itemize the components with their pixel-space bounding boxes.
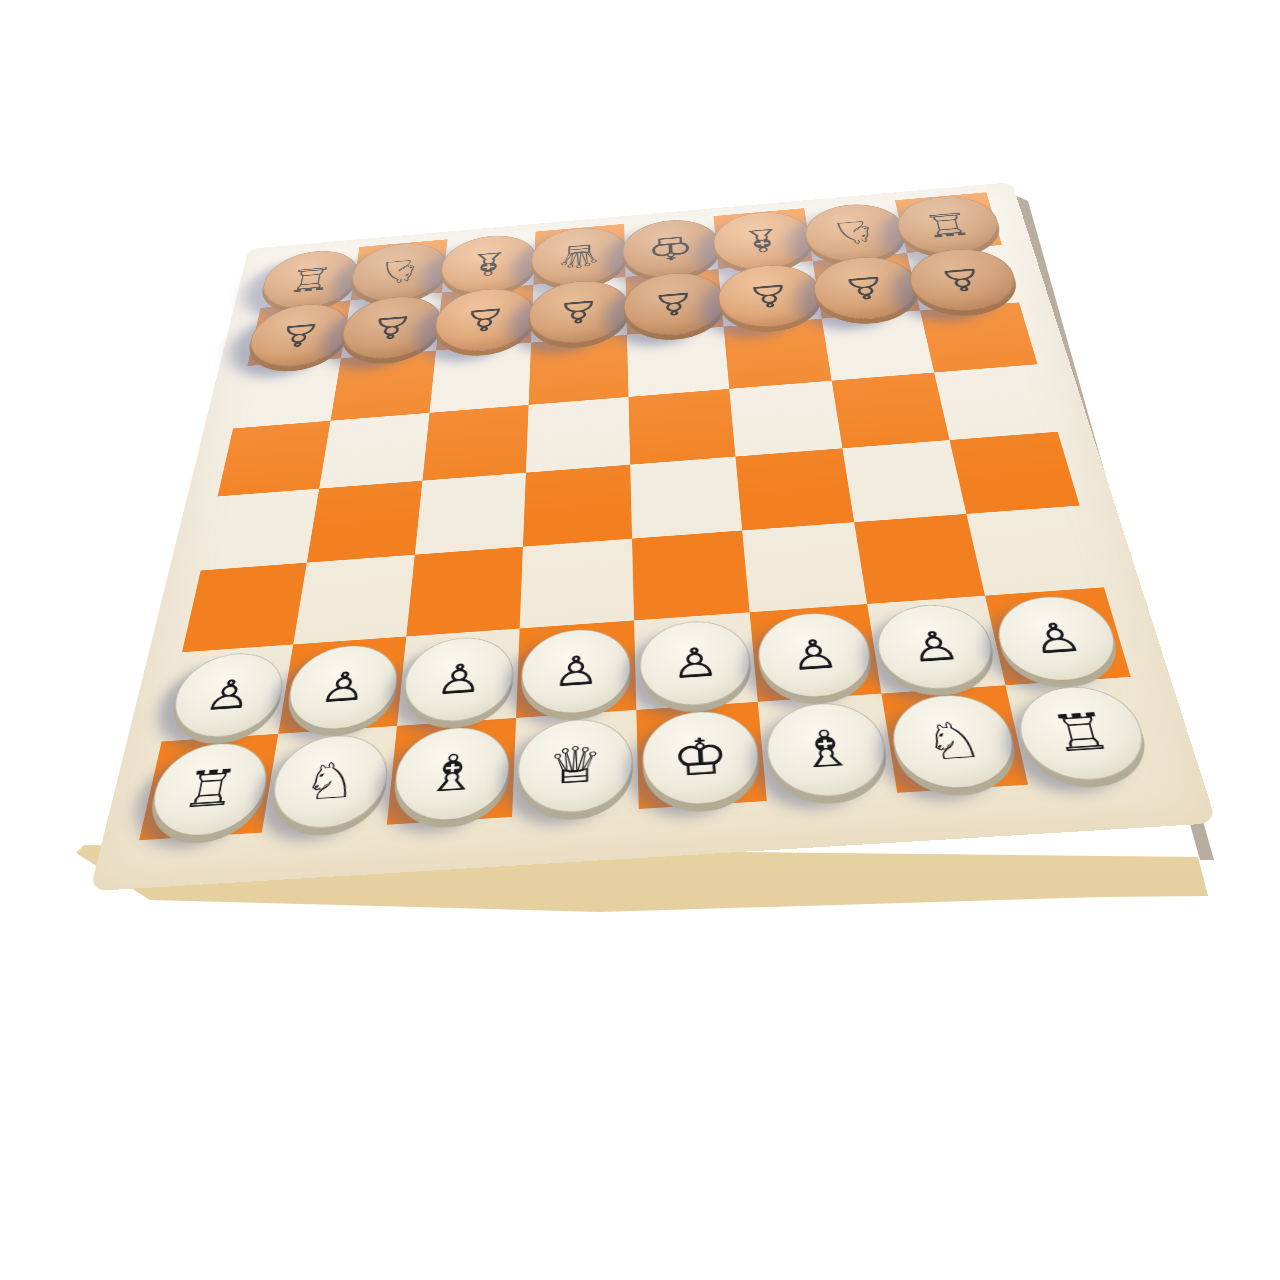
square-f1[interactable]: ♗ bbox=[758, 693, 897, 801]
chess-glyph: ♙ bbox=[434, 657, 484, 700]
chess-glyph: ♙ bbox=[368, 310, 415, 343]
piece-white-rook-h1[interactable]: ♖ bbox=[1011, 683, 1155, 783]
square-c7[interactable]: ♙ bbox=[436, 285, 534, 350]
chess-glyph: ♙ bbox=[557, 295, 601, 328]
square-h7[interactable]: ♙ bbox=[907, 245, 1019, 310]
chess-glyph: ♖ bbox=[1046, 706, 1117, 760]
square-g4[interactable] bbox=[842, 440, 966, 522]
square-d3[interactable] bbox=[519, 539, 634, 628]
square-b8[interactable]: ♘ bbox=[351, 239, 447, 300]
square-g5[interactable] bbox=[831, 372, 949, 448]
chess-glyph: ♗ bbox=[795, 722, 858, 776]
square-a1[interactable]: ♖ bbox=[139, 734, 278, 841]
chess-glyph: ♘ bbox=[828, 215, 882, 250]
chess-glyph: ♔ bbox=[671, 731, 730, 785]
square-f7[interactable]: ♙ bbox=[719, 261, 822, 326]
chess-board: ♖♘♗♕♔♗♘♖♙♙♙♙♙♙♙♙♙♙♙♙♙♙♙♙♖♘♗♕♔♗♘♖ bbox=[139, 192, 1160, 840]
square-g6[interactable] bbox=[821, 310, 934, 380]
square-a5[interactable] bbox=[218, 421, 331, 497]
square-c3[interactable] bbox=[406, 547, 523, 636]
square-e5[interactable] bbox=[629, 389, 736, 465]
chess-glyph: ♗ bbox=[423, 747, 482, 800]
square-d6[interactable] bbox=[528, 334, 628, 404]
piece-white-bishop-f1[interactable]: ♗ bbox=[763, 700, 892, 800]
piece-white-pawn-a2[interactable]: ♙ bbox=[166, 650, 288, 740]
chess-glyph: ♘ bbox=[299, 755, 360, 808]
square-b1[interactable]: ♘ bbox=[262, 726, 397, 833]
square-h3[interactable] bbox=[966, 506, 1104, 596]
piece-white-pawn-h2[interactable]: ♙ bbox=[990, 593, 1125, 684]
square-a6[interactable] bbox=[233, 358, 341, 428]
square-f5[interactable] bbox=[729, 381, 842, 457]
square-d8[interactable]: ♕ bbox=[533, 224, 625, 285]
chess-glyph: ♕ bbox=[556, 239, 603, 274]
square-d7[interactable]: ♙ bbox=[531, 277, 627, 342]
square-e4[interactable] bbox=[630, 457, 742, 539]
piece-white-pawn-f2[interactable]: ♙ bbox=[755, 610, 877, 701]
piece-white-knight-g1[interactable]: ♘ bbox=[887, 692, 1023, 792]
photo-background: ♖♘♗♕♔♗♘♖♙♙♙♙♙♙♙♙♙♙♙♙♙♙♙♙♖♘♗♕♔♗♘♖ bbox=[0, 0, 1280, 1280]
square-f4[interactable] bbox=[736, 448, 854, 530]
square-e8[interactable]: ♔ bbox=[624, 216, 718, 277]
chess-glyph: ♙ bbox=[201, 673, 255, 716]
square-b6[interactable] bbox=[331, 350, 436, 420]
square-a8[interactable]: ♖ bbox=[261, 247, 360, 308]
square-c4[interactable] bbox=[414, 473, 525, 555]
chess-glyph: ♙ bbox=[552, 649, 600, 692]
square-b4[interactable] bbox=[307, 481, 422, 563]
chess-glyph: ♙ bbox=[788, 633, 841, 677]
square-f6[interactable] bbox=[724, 318, 831, 388]
chess-glyph: ♖ bbox=[284, 262, 336, 297]
chess-glyph: ♖ bbox=[920, 207, 976, 242]
chess-glyph: ♙ bbox=[907, 624, 963, 668]
chess-glyph: ♙ bbox=[746, 279, 794, 312]
piece-white-pawn-b2[interactable]: ♙ bbox=[283, 642, 401, 732]
chess-glyph: ♗ bbox=[737, 223, 788, 258]
square-d2[interactable]: ♙ bbox=[516, 620, 636, 718]
square-c6[interactable] bbox=[429, 342, 531, 412]
chess-glyph: ♘ bbox=[374, 254, 424, 289]
square-b5[interactable] bbox=[319, 413, 429, 489]
piece-white-king-e1[interactable]: ♔ bbox=[641, 708, 762, 808]
square-f3[interactable] bbox=[742, 522, 866, 612]
square-g7[interactable]: ♙ bbox=[812, 253, 920, 318]
square-a7[interactable]: ♙ bbox=[247, 300, 350, 365]
square-b2[interactable]: ♙ bbox=[279, 636, 406, 733]
chess-glyph: ♘ bbox=[920, 714, 987, 768]
square-a4[interactable] bbox=[201, 489, 320, 571]
square-e1[interactable]: ♔ bbox=[636, 702, 767, 809]
square-c2[interactable]: ♙ bbox=[397, 628, 520, 726]
chess-glyph: ♙ bbox=[841, 271, 891, 304]
square-d5[interactable] bbox=[526, 397, 631, 473]
square-e7[interactable]: ♙ bbox=[626, 269, 724, 334]
square-g3[interactable] bbox=[854, 514, 985, 604]
square-f2[interactable]: ♙ bbox=[750, 604, 881, 702]
chess-glyph: ♙ bbox=[936, 263, 988, 296]
square-e6[interactable] bbox=[627, 326, 730, 396]
chess-glyph: ♙ bbox=[651, 287, 696, 320]
square-h6[interactable] bbox=[920, 302, 1038, 372]
square-g8[interactable]: ♘ bbox=[804, 200, 907, 261]
chess-glyph: ♔ bbox=[646, 231, 695, 266]
square-h2[interactable]: ♙ bbox=[985, 587, 1131, 685]
chess-glyph: ♙ bbox=[1027, 616, 1087, 660]
square-f8[interactable]: ♗ bbox=[714, 208, 813, 269]
piece-white-rook-a1[interactable]: ♖ bbox=[144, 740, 273, 839]
square-b7[interactable]: ♙ bbox=[341, 293, 441, 358]
piece-white-pawn-d2[interactable]: ♙ bbox=[520, 626, 632, 717]
square-c1[interactable]: ♗ bbox=[386, 718, 516, 825]
square-d1[interactable]: ♕ bbox=[512, 710, 639, 817]
piece-white-queen-d1[interactable]: ♕ bbox=[517, 716, 634, 816]
piece-white-pawn-c2[interactable]: ♙ bbox=[401, 634, 515, 725]
square-e3[interactable] bbox=[632, 531, 750, 620]
chess-glyph: ♗ bbox=[465, 246, 514, 281]
chess-glyph: ♕ bbox=[547, 739, 603, 793]
square-g1[interactable]: ♘ bbox=[881, 685, 1028, 793]
square-h5[interactable] bbox=[934, 364, 1058, 440]
square-h4[interactable] bbox=[949, 432, 1079, 514]
chess-glyph: ♙ bbox=[275, 318, 323, 351]
square-h1[interactable]: ♖ bbox=[1005, 677, 1160, 785]
square-g2[interactable]: ♙ bbox=[867, 595, 1005, 693]
square-c5[interactable] bbox=[422, 405, 528, 481]
piece-white-pawn-e2[interactable]: ♙ bbox=[638, 618, 753, 709]
square-c8[interactable]: ♗ bbox=[442, 232, 536, 293]
square-e2[interactable]: ♙ bbox=[634, 612, 758, 710]
square-h8[interactable]: ♖ bbox=[895, 192, 1002, 253]
square-a2[interactable]: ♙ bbox=[162, 644, 294, 741]
chess-glyph: ♙ bbox=[670, 641, 720, 684]
piece-white-knight-b1[interactable]: ♘ bbox=[267, 732, 392, 831]
chess-glyph: ♙ bbox=[317, 665, 369, 708]
square-b3[interactable] bbox=[293, 555, 414, 644]
piece-white-pawn-g2[interactable]: ♙ bbox=[872, 601, 1000, 692]
square-d4[interactable] bbox=[523, 465, 632, 547]
square-a3[interactable] bbox=[182, 563, 307, 652]
chess-glyph: ♙ bbox=[462, 303, 507, 336]
chess-glyph: ♖ bbox=[178, 762, 242, 815]
piece-white-bishop-c1[interactable]: ♗ bbox=[391, 724, 511, 823]
